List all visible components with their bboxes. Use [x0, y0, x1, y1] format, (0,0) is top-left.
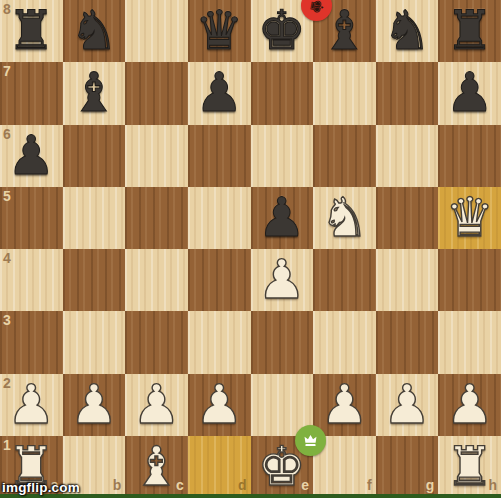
- square-e3[interactable]: [251, 311, 314, 373]
- black-queen[interactable]: ♛: [188, 0, 251, 62]
- square-g1[interactable]: g: [376, 436, 439, 498]
- square-f5[interactable]: ♞: [313, 187, 376, 249]
- black-rook[interactable]: ♜: [0, 0, 63, 62]
- rank-label-7: 7: [3, 63, 11, 79]
- black-pawn[interactable]: ♟: [438, 62, 501, 124]
- square-b7[interactable]: ♝: [63, 62, 126, 124]
- white-pawn[interactable]: ♟: [125, 374, 188, 436]
- square-h7[interactable]: ♟: [438, 62, 501, 124]
- square-f2[interactable]: ♟: [313, 374, 376, 436]
- square-c7[interactable]: [125, 62, 188, 124]
- black-pawn[interactable]: ♟: [0, 125, 63, 187]
- square-d2[interactable]: ♟: [188, 374, 251, 436]
- square-f6[interactable]: [313, 125, 376, 187]
- square-g7[interactable]: [376, 62, 439, 124]
- white-pawn[interactable]: ♟: [188, 374, 251, 436]
- file-label-g: g: [426, 477, 435, 493]
- square-c3[interactable]: [125, 311, 188, 373]
- square-d7[interactable]: ♟: [188, 62, 251, 124]
- square-d3[interactable]: [188, 311, 251, 373]
- white-pawn[interactable]: ♟: [438, 374, 501, 436]
- square-c6[interactable]: [125, 125, 188, 187]
- square-b2[interactable]: ♟: [63, 374, 126, 436]
- crown-icon: [302, 432, 319, 449]
- square-a4[interactable]: 4: [0, 249, 63, 311]
- winner-crown-badge: [295, 425, 326, 456]
- board-grid: 8♜♞♛♚♝♞♜7♝♟♟6♟5♟♞♛4♟32♟♟♟♟♟♟♟1a♜bc♝de♚fg…: [0, 0, 501, 498]
- square-a2[interactable]: 2♟: [0, 374, 63, 436]
- square-e5[interactable]: ♟: [251, 187, 314, 249]
- square-a7[interactable]: 7: [0, 62, 63, 124]
- square-h4[interactable]: [438, 249, 501, 311]
- rank-label-4: 4: [3, 250, 11, 266]
- square-a3[interactable]: 3: [0, 311, 63, 373]
- square-b5[interactable]: [63, 187, 126, 249]
- square-d8[interactable]: ♛: [188, 0, 251, 62]
- square-b1[interactable]: b: [63, 436, 126, 498]
- square-c4[interactable]: [125, 249, 188, 311]
- white-knight[interactable]: ♞: [313, 187, 376, 249]
- rank-label-5: 5: [3, 188, 11, 204]
- chessboard: 8♜♞♛♚♝♞♜7♝♟♟6♟5♟♞♛4♟32♟♟♟♟♟♟♟1a♜bc♝de♚fg…: [0, 0, 501, 498]
- square-g5[interactable]: [376, 187, 439, 249]
- square-e4[interactable]: ♟: [251, 249, 314, 311]
- square-d4[interactable]: [188, 249, 251, 311]
- square-b4[interactable]: [63, 249, 126, 311]
- square-f4[interactable]: [313, 249, 376, 311]
- white-pawn[interactable]: ♟: [63, 374, 126, 436]
- black-rook[interactable]: ♜: [438, 0, 501, 62]
- black-bishop[interactable]: ♝: [63, 62, 126, 124]
- square-c5[interactable]: [125, 187, 188, 249]
- square-b3[interactable]: [63, 311, 126, 373]
- square-d1[interactable]: d: [188, 436, 251, 498]
- square-a8[interactable]: 8♜: [0, 0, 63, 62]
- file-label-f: f: [367, 477, 372, 493]
- square-g4[interactable]: [376, 249, 439, 311]
- square-d6[interactable]: [188, 125, 251, 187]
- square-e7[interactable]: [251, 62, 314, 124]
- square-g3[interactable]: [376, 311, 439, 373]
- black-knight[interactable]: ♞: [376, 0, 439, 62]
- white-bishop[interactable]: ♝: [125, 436, 188, 498]
- square-c8[interactable]: [125, 0, 188, 62]
- square-g2[interactable]: ♟: [376, 374, 439, 436]
- square-f7[interactable]: [313, 62, 376, 124]
- white-rook[interactable]: ♜: [0, 436, 63, 498]
- white-pawn[interactable]: ♟: [313, 374, 376, 436]
- square-c1[interactable]: c♝: [125, 436, 188, 498]
- square-h1[interactable]: h♜: [438, 436, 501, 498]
- square-h6[interactable]: [438, 125, 501, 187]
- rank-label-3: 3: [3, 312, 11, 328]
- square-d5[interactable]: [188, 187, 251, 249]
- square-e6[interactable]: [251, 125, 314, 187]
- black-pawn[interactable]: ♟: [251, 187, 314, 249]
- square-g8[interactable]: ♞: [376, 0, 439, 62]
- white-pawn[interactable]: ♟: [251, 249, 314, 311]
- square-c2[interactable]: ♟: [125, 374, 188, 436]
- square-g6[interactable]: [376, 125, 439, 187]
- square-b8[interactable]: ♞: [63, 0, 126, 62]
- black-knight[interactable]: ♞: [63, 0, 126, 62]
- file-label-b: b: [113, 477, 122, 493]
- square-a5[interactable]: 5: [0, 187, 63, 249]
- square-b6[interactable]: [63, 125, 126, 187]
- square-h3[interactable]: [438, 311, 501, 373]
- square-h8[interactable]: ♜: [438, 0, 501, 62]
- square-a1[interactable]: 1a♜: [0, 436, 63, 498]
- square-h5[interactable]: ♛: [438, 187, 501, 249]
- white-pawn[interactable]: ♟: [0, 374, 63, 436]
- board-bottom-edge: [0, 494, 501, 498]
- fallen-king-icon: ♚: [307, 0, 326, 15]
- file-label-d: d: [238, 477, 247, 493]
- square-a6[interactable]: 6♟: [0, 125, 63, 187]
- white-rook[interactable]: ♜: [438, 436, 501, 498]
- white-queen[interactable]: ♛: [438, 187, 501, 249]
- square-f3[interactable]: [313, 311, 376, 373]
- white-pawn[interactable]: ♟: [376, 374, 439, 436]
- black-pawn[interactable]: ♟: [188, 62, 251, 124]
- square-h2[interactable]: ♟: [438, 374, 501, 436]
